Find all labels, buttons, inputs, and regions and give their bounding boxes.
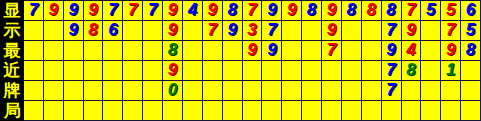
result-digit: 7 — [29, 1, 38, 18]
cell-r6c16 — [322, 101, 342, 121]
cell-r4c18 — [362, 61, 382, 81]
result-digit: 9 — [168, 61, 177, 78]
cell-r5c15 — [302, 81, 322, 101]
result-digit: 7 — [327, 41, 336, 58]
cell-r6c7 — [143, 101, 163, 121]
cell-r5c3 — [64, 81, 84, 101]
result-digit: 9 — [49, 1, 58, 18]
result-digit: 8 — [347, 1, 356, 18]
cell-r5c1 — [24, 81, 44, 101]
cell-r4c11 — [223, 61, 243, 81]
cell-r6c4 — [84, 101, 104, 121]
cell-r4c23 — [461, 61, 481, 81]
result-digit: 9 — [327, 21, 336, 38]
cell-r4c16 — [322, 61, 342, 81]
cell-r6c6 — [123, 101, 143, 121]
result-digit: 9 — [446, 41, 455, 58]
cell-r3c18 — [362, 41, 382, 61]
cell-r5c2 — [44, 81, 64, 101]
board-title-char: 局 — [0, 101, 24, 121]
result-digit: 5 — [426, 1, 435, 18]
cell-r4c3 — [64, 61, 84, 81]
cell-r2c2 — [44, 21, 64, 41]
cell-r6c20 — [402, 101, 422, 121]
result-digit: 8 — [466, 41, 475, 58]
cell-r2c3: 9 — [64, 21, 84, 41]
cell-r6c3 — [64, 101, 84, 121]
result-digit: 7 — [446, 21, 455, 38]
cell-r6c9 — [183, 101, 203, 121]
cell-r3c20: 4 — [402, 41, 422, 61]
board-title-char: 显 — [0, 0, 24, 20]
cell-r6c18 — [362, 101, 382, 121]
cell-r2c8: 9 — [163, 21, 183, 41]
cell-r1c17: 8 — [342, 1, 362, 21]
cell-r5c4 — [84, 81, 104, 101]
cell-r6c13 — [262, 101, 282, 121]
cell-r2c7 — [143, 21, 163, 41]
result-digit: 9 — [208, 1, 217, 18]
cell-r5c21 — [421, 81, 441, 101]
result-digit: 8 — [386, 1, 395, 18]
cell-r2c9 — [183, 21, 203, 41]
cell-r5c19: 7 — [382, 81, 402, 101]
cell-r3c22: 9 — [441, 41, 461, 61]
cell-r4c7 — [143, 61, 163, 81]
cell-r4c13 — [262, 61, 282, 81]
result-digit: 6 — [108, 21, 117, 38]
cell-r2c11: 9 — [223, 21, 243, 41]
cell-r3c12: 9 — [243, 41, 263, 61]
cell-r3c1 — [24, 41, 44, 61]
result-digit: 7 — [148, 1, 157, 18]
result-digit: 7 — [386, 61, 395, 78]
cell-r3c23: 8 — [461, 41, 481, 61]
cell-r1c14: 9 — [282, 1, 302, 21]
cell-r5c7 — [143, 81, 163, 101]
cell-r5c16 — [322, 81, 342, 101]
cell-r1c8: 9 — [163, 1, 183, 21]
cell-r1c3: 9 — [64, 1, 84, 21]
board-title-char: 最 — [0, 40, 24, 60]
cell-r6c8 — [163, 101, 183, 121]
result-digit: 9 — [168, 21, 177, 38]
cell-r6c17 — [342, 101, 362, 121]
cell-r5c17 — [342, 81, 362, 101]
result-digit: 9 — [88, 1, 97, 18]
cell-r5c12 — [243, 81, 263, 101]
cell-r5c14 — [282, 81, 302, 101]
result-digit: 8 — [307, 1, 316, 18]
cell-r2c1 — [24, 21, 44, 41]
cell-r5c23 — [461, 81, 481, 101]
cell-r1c12: 7 — [243, 1, 263, 21]
result-digit: 5 — [446, 1, 455, 18]
cell-r2c21 — [421, 21, 441, 41]
result-digit: 4 — [188, 1, 197, 18]
result-digit: 0 — [168, 81, 177, 98]
cell-r4c5 — [103, 61, 123, 81]
cell-r6c23 — [461, 101, 481, 121]
recent-games-board: 显 示 最 近 牌 局 7999777949879989888755698697… — [0, 0, 481, 121]
cell-r3c8: 8 — [163, 41, 183, 61]
cell-r3c4 — [84, 41, 104, 61]
cell-r6c15 — [302, 101, 322, 121]
cell-r4c20: 8 — [402, 61, 422, 81]
board-title-char: 示 — [0, 20, 24, 40]
cell-r3c17 — [342, 41, 362, 61]
result-digit: 8 — [168, 41, 177, 58]
cell-r1c18: 8 — [362, 1, 382, 21]
cell-r3c6 — [123, 41, 143, 61]
cell-r6c10 — [203, 101, 223, 121]
cell-r2c23: 5 — [461, 21, 481, 41]
cell-r2c19: 7 — [382, 21, 402, 41]
result-digit: 1 — [446, 61, 455, 78]
cell-r6c12 — [243, 101, 263, 121]
cell-r3c10 — [203, 41, 223, 61]
cell-r4c1 — [24, 61, 44, 81]
cell-r5c9 — [183, 81, 203, 101]
cell-r6c14 — [282, 101, 302, 121]
cell-r2c5: 6 — [103, 21, 123, 41]
cell-r1c13: 9 — [262, 1, 282, 21]
board-title-vertical: 显 示 最 近 牌 局 — [0, 0, 24, 121]
cell-r5c5 — [103, 81, 123, 101]
cell-r2c15 — [302, 21, 322, 41]
cell-r1c11: 8 — [223, 1, 243, 21]
cell-r1c16: 9 — [322, 1, 342, 21]
cell-r6c1 — [24, 101, 44, 121]
cell-r1c22: 5 — [441, 1, 461, 21]
cell-r4c17 — [342, 61, 362, 81]
cell-r6c19 — [382, 101, 402, 121]
cell-r1c23: 6 — [461, 1, 481, 21]
cell-r5c13 — [262, 81, 282, 101]
result-digit: 8 — [366, 1, 375, 18]
cell-r6c21 — [421, 101, 441, 121]
cell-r1c19: 8 — [382, 1, 402, 21]
cell-r2c16: 9 — [322, 21, 342, 41]
cell-r1c10: 9 — [203, 1, 223, 21]
cell-r4c9 — [183, 61, 203, 81]
cell-r4c6 — [123, 61, 143, 81]
result-digit: 9 — [327, 1, 336, 18]
board-title-char: 牌 — [0, 81, 24, 101]
result-digit: 9 — [168, 1, 177, 18]
cell-r3c19: 9 — [382, 41, 402, 61]
cell-r6c5 — [103, 101, 123, 121]
cell-r6c22 — [441, 101, 461, 121]
cell-r4c2 — [44, 61, 64, 81]
cell-r1c5: 7 — [103, 1, 123, 21]
cell-r5c8: 0 — [163, 81, 183, 101]
result-digit: 7 — [386, 81, 395, 98]
result-digit: 9 — [68, 21, 77, 38]
cell-r4c4 — [84, 61, 104, 81]
cell-r1c2: 9 — [44, 1, 64, 21]
result-digit: 9 — [406, 21, 415, 38]
result-digit: 7 — [208, 21, 217, 38]
cell-r3c11 — [223, 41, 243, 61]
cell-r5c20 — [402, 81, 422, 101]
cell-r1c20: 7 — [402, 1, 422, 21]
cell-r5c6 — [123, 81, 143, 101]
cell-r3c7 — [143, 41, 163, 61]
cell-r2c17 — [342, 21, 362, 41]
results-grid: 7999777949879989888755698697937979758997… — [24, 0, 481, 121]
cell-r6c11 — [223, 101, 243, 121]
cell-r3c3 — [64, 41, 84, 61]
cell-r4c12 — [243, 61, 263, 81]
cell-r4c19: 7 — [382, 61, 402, 81]
cell-r2c20: 9 — [402, 21, 422, 41]
cell-r1c7: 7 — [143, 1, 163, 21]
cell-r3c21 — [421, 41, 441, 61]
cell-r6c2 — [44, 101, 64, 121]
result-digit: 9 — [267, 1, 276, 18]
cell-r5c10 — [203, 81, 223, 101]
cell-r3c15 — [302, 41, 322, 61]
result-digit: 8 — [227, 1, 236, 18]
result-digit: 8 — [406, 61, 415, 78]
cell-r2c18 — [362, 21, 382, 41]
cell-r1c6: 7 — [123, 1, 143, 21]
result-digit: 3 — [247, 21, 256, 38]
cell-r3c5 — [103, 41, 123, 61]
cell-r2c13: 7 — [262, 21, 282, 41]
cell-r2c4: 8 — [84, 21, 104, 41]
cell-r4c15 — [302, 61, 322, 81]
cell-r4c14 — [282, 61, 302, 81]
result-digit: 5 — [466, 21, 475, 38]
cell-r4c21 — [421, 61, 441, 81]
cell-r3c2 — [44, 41, 64, 61]
cell-r1c9: 4 — [183, 1, 203, 21]
cell-r2c12: 3 — [243, 21, 263, 41]
result-digit: 7 — [386, 21, 395, 38]
cell-r5c18 — [362, 81, 382, 101]
cell-r3c14 — [282, 41, 302, 61]
cell-r1c15: 8 — [302, 1, 322, 21]
cell-r5c22 — [441, 81, 461, 101]
cell-r3c13: 9 — [262, 41, 282, 61]
cell-r4c8: 9 — [163, 61, 183, 81]
cell-r2c22: 7 — [441, 21, 461, 41]
cell-r1c4: 9 — [84, 1, 104, 21]
cell-r2c14 — [282, 21, 302, 41]
cell-r4c10 — [203, 61, 223, 81]
result-digit: 4 — [406, 41, 415, 58]
cell-r3c9 — [183, 41, 203, 61]
cell-r5c11 — [223, 81, 243, 101]
result-digit: 7 — [406, 1, 415, 18]
result-digit: 7 — [108, 1, 117, 18]
result-digit: 7 — [128, 1, 137, 18]
result-digit: 9 — [386, 41, 395, 58]
result-digit: 9 — [267, 41, 276, 58]
cell-r1c21: 5 — [421, 1, 441, 21]
board-title-char: 近 — [0, 61, 24, 81]
cell-r4c22: 1 — [441, 61, 461, 81]
cell-r3c16: 7 — [322, 41, 342, 61]
cell-r2c10: 7 — [203, 21, 223, 41]
cell-r1c1: 7 — [24, 1, 44, 21]
result-digit: 7 — [267, 21, 276, 38]
result-digit: 9 — [68, 1, 77, 18]
result-digit: 9 — [287, 1, 296, 18]
cell-r2c6 — [123, 21, 143, 41]
result-digit: 9 — [247, 41, 256, 58]
result-digit: 6 — [466, 1, 475, 18]
result-digit: 9 — [227, 21, 236, 38]
result-digit: 7 — [247, 1, 256, 18]
result-digit: 8 — [88, 21, 97, 38]
